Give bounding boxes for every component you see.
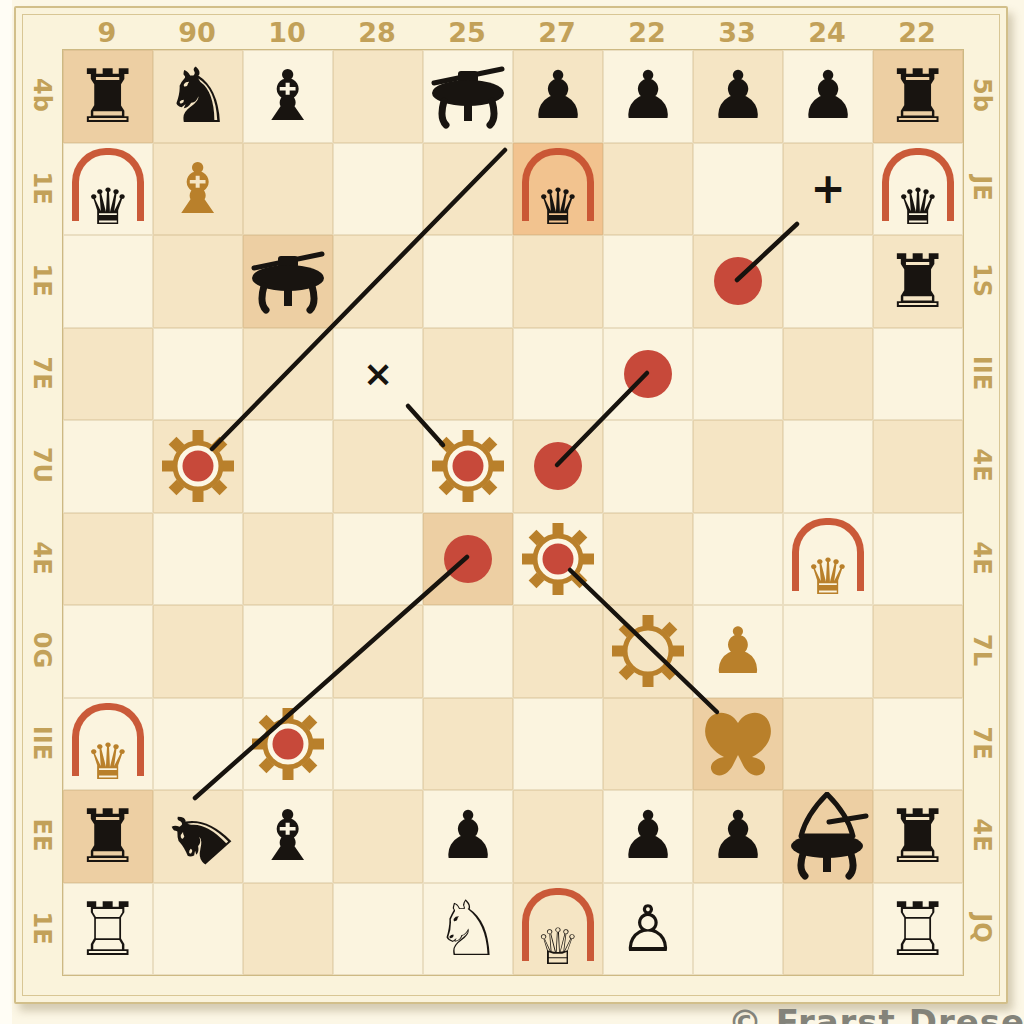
square-c3-r8[interactable]: [333, 790, 423, 883]
coordinate-label: 90: [152, 16, 242, 48]
square-c1-r7[interactable]: [153, 698, 243, 791]
red-dot-marker: [534, 442, 582, 490]
square-c2-r7[interactable]: [243, 698, 333, 791]
coordinate-label: 9: [62, 16, 152, 48]
square-c3-r6[interactable]: [333, 605, 423, 698]
coordinate-label: 7L: [964, 604, 1000, 697]
square-c8-r0[interactable]: ♟: [783, 50, 873, 143]
coordinate-label: 10: [242, 16, 332, 48]
square-c9-r1[interactable]: ♛: [873, 143, 963, 236]
square-c9-r5[interactable]: [873, 513, 963, 606]
square-c8-r9[interactable]: [783, 883, 873, 976]
square-c3-r4[interactable]: [333, 420, 423, 513]
square-c5-r0[interactable]: ♟: [513, 50, 603, 143]
square-c8-r7[interactable]: [783, 698, 873, 791]
square-c9-r2[interactable]: ♜: [873, 235, 963, 328]
square-c5-r4[interactable]: [513, 420, 603, 513]
square-c6-r3[interactable]: [603, 328, 693, 421]
gold-winged-piece[interactable]: [698, 707, 778, 781]
square-c6-r4[interactable]: [603, 420, 693, 513]
black-rook[interactable]: ♜: [885, 799, 951, 873]
square-c2-r5[interactable]: [243, 513, 333, 606]
black-helmet-boat-piece[interactable]: [248, 248, 328, 314]
square-c5-r5[interactable]: [513, 513, 603, 606]
square-c3-r9[interactable]: [333, 883, 423, 976]
plus-mark: +: [810, 168, 845, 210]
black-pawn[interactable]: ♟: [618, 803, 677, 869]
coordinate-label: IIE: [964, 327, 1000, 420]
square-c2-r3[interactable]: [243, 328, 333, 421]
square-c2-r4[interactable]: [243, 420, 333, 513]
square-c9-r4[interactable]: [873, 420, 963, 513]
square-c7-r8[interactable]: ♟: [693, 790, 783, 883]
square-c0-r0[interactable]: ♜: [63, 50, 153, 143]
left-coordinate-labels: 4b1E1E7E7U4E0GIIEEE1E: [24, 49, 60, 974]
square-c6-r8[interactable]: ♟: [603, 790, 693, 883]
square-c6-r7[interactable]: [603, 698, 693, 791]
square-c4-r7[interactable]: [423, 698, 513, 791]
square-c4-r8[interactable]: ♟: [423, 790, 513, 883]
gold-arch-crown[interactable]: ♛: [72, 703, 144, 785]
coordinate-label: IIE: [24, 697, 60, 790]
red-dot-marker: [444, 535, 492, 583]
square-c8-r6[interactable]: [783, 605, 873, 698]
watermark-text: © Frarst Dresecs Wibles: [728, 1002, 1024, 1024]
square-c4-r9[interactable]: ♘: [423, 883, 513, 976]
square-c5-r7[interactable]: [513, 698, 603, 791]
black-arch-crown[interactable]: ♛: [522, 148, 594, 230]
board-frame: 9901028252722332422 303K312L21239282421 …: [14, 6, 1008, 1004]
black-deformed-knight[interactable]: ♞: [149, 787, 248, 886]
square-c9-r7[interactable]: [873, 698, 963, 791]
coordinate-label: 4E: [24, 512, 60, 605]
square-c3-r3[interactable]: ×: [333, 328, 423, 421]
gold-bishop[interactable]: ♝: [167, 154, 230, 224]
square-c5-r1[interactable]: ♛: [513, 143, 603, 236]
square-c7-r4[interactable]: [693, 420, 783, 513]
black-arch-crown[interactable]: ♛: [72, 148, 144, 230]
red-dot-marker: [714, 257, 762, 305]
square-c6-r6[interactable]: [603, 605, 693, 698]
black-rook[interactable]: ♜: [75, 59, 141, 133]
square-c1-r8[interactable]: ♞: [153, 790, 243, 883]
black-pawn[interactable]: ♟: [708, 803, 767, 869]
square-c2-r9[interactable]: [243, 883, 333, 976]
black-knight[interactable]: ♞: [164, 58, 232, 134]
square-c2-r6[interactable]: [243, 605, 333, 698]
gold-gear-marker-with-red-dot: [160, 428, 236, 504]
coordinate-label: JQ: [964, 882, 1000, 975]
square-c0-r1[interactable]: ♛: [63, 143, 153, 236]
square-c1-r0[interactable]: ♞: [153, 50, 243, 143]
square-c9-r0[interactable]: ♜: [873, 50, 963, 143]
square-c6-r2[interactable]: [603, 235, 693, 328]
square-c2-r1[interactable]: [243, 143, 333, 236]
square-c0-r8[interactable]: ♜: [63, 790, 153, 883]
black-bishop[interactable]: ♝: [257, 61, 320, 131]
square-c6-r5[interactable]: [603, 513, 693, 606]
white-arch-crown[interactable]: ♕: [522, 888, 594, 970]
coordinate-label: 4E: [964, 512, 1000, 605]
square-c2-r2[interactable]: [243, 235, 333, 328]
square-c8-r2[interactable]: [783, 235, 873, 328]
square-c0-r6[interactable]: [63, 605, 153, 698]
coordinate-label: 22: [602, 16, 692, 48]
square-c7-r3[interactable]: [693, 328, 783, 421]
square-c8-r3[interactable]: [783, 328, 873, 421]
square-c9-r3[interactable]: [873, 328, 963, 421]
square-c3-r0[interactable]: [333, 50, 423, 143]
coordinate-label: JE: [964, 142, 1000, 235]
black-pawn[interactable]: ♟: [438, 803, 497, 869]
square-c8-r1[interactable]: +: [783, 143, 873, 236]
coordinate-label: 4b: [24, 49, 60, 142]
coordinate-label: 28: [332, 16, 422, 48]
gold-pawn[interactable]: ♟: [709, 619, 766, 683]
square-c8-r8[interactable]: [783, 790, 873, 883]
square-c2-r8[interactable]: ♝: [243, 790, 333, 883]
square-c0-r3[interactable]: [63, 328, 153, 421]
square-c7-r2[interactable]: [693, 235, 783, 328]
square-c1-r5[interactable]: [153, 513, 243, 606]
square-c5-r2[interactable]: [513, 235, 603, 328]
square-c1-r6[interactable]: [153, 605, 243, 698]
square-c8-r4[interactable]: [783, 420, 873, 513]
square-c4-r2[interactable]: [423, 235, 513, 328]
square-c1-r1[interactable]: ♝: [153, 143, 243, 236]
gold-gear-marker-with-red-dot: [430, 428, 506, 504]
gold-arch-crown[interactable]: ♛: [792, 518, 864, 600]
right-coordinate-labels: 5bJE1SIIE4E4E7L7E4EJQ: [964, 49, 1000, 974]
coordinate-label: 33: [692, 16, 782, 48]
coordinate-label: 4E: [964, 789, 1000, 882]
black-pawn[interactable]: ♟: [708, 63, 767, 129]
square-c7-r1[interactable]: [693, 143, 783, 236]
coordinate-label: 0G: [24, 604, 60, 697]
square-c4-r6[interactable]: [423, 605, 513, 698]
square-c3-r5[interactable]: [333, 513, 423, 606]
square-c3-r1[interactable]: [333, 143, 423, 236]
coordinate-label: 1S: [964, 234, 1000, 327]
black-pawn[interactable]: ♟: [618, 63, 677, 129]
black-spiked-helmet-piece[interactable]: [787, 792, 869, 880]
square-c9-r8[interactable]: ♜: [873, 790, 963, 883]
x-mark: ×: [363, 356, 393, 392]
black-arch-crown[interactable]: ♛: [882, 148, 954, 230]
coordinate-label: 4E: [964, 419, 1000, 512]
square-c1-r3[interactable]: [153, 328, 243, 421]
black-rook[interactable]: ♜: [75, 799, 141, 873]
square-c5-r8[interactable]: [513, 790, 603, 883]
square-c0-r5[interactable]: [63, 513, 153, 606]
coordinate-label: 1E: [24, 882, 60, 975]
square-c6-r9[interactable]: ♙: [603, 883, 693, 976]
gold-gear-marker-empty: [610, 613, 686, 689]
coordinate-label: 27: [512, 16, 602, 48]
square-c7-r7[interactable]: [693, 698, 783, 791]
square-c5-r6[interactable]: [513, 605, 603, 698]
coordinate-label: 22: [872, 16, 962, 48]
square-c1-r9[interactable]: [153, 883, 243, 976]
top-coordinate-labels: 9901028252722332422: [62, 16, 962, 48]
square-c0-r4[interactable]: [63, 420, 153, 513]
coordinate-label: 5b: [964, 49, 1000, 142]
page-left-margin: [0, 0, 12, 1024]
white-rook[interactable]: ♖: [75, 892, 141, 966]
square-c5-r9[interactable]: ♕: [513, 883, 603, 976]
white-pawn[interactable]: ♙: [619, 897, 676, 961]
gold-gear-marker-with-red-dot: [520, 521, 596, 597]
coordinate-label: 25: [422, 16, 512, 48]
square-c4-r3[interactable]: [423, 328, 513, 421]
square-c0-r9[interactable]: ♖: [63, 883, 153, 976]
square-c6-r0[interactable]: ♟: [603, 50, 693, 143]
white-rook[interactable]: ♖: [885, 892, 951, 966]
coordinate-label: 7E: [24, 327, 60, 420]
square-c5-r3[interactable]: [513, 328, 603, 421]
square-c0-r2[interactable]: [63, 235, 153, 328]
black-pawn[interactable]: ♟: [798, 63, 857, 129]
square-c4-r5[interactable]: [423, 513, 513, 606]
square-c7-r5[interactable]: [693, 513, 783, 606]
red-dot-marker: [624, 350, 672, 398]
square-c9-r6[interactable]: [873, 605, 963, 698]
square-c8-r5[interactable]: ♛: [783, 513, 873, 606]
square-c4-r4[interactable]: [423, 420, 513, 513]
square-c3-r2[interactable]: [333, 235, 423, 328]
black-rook[interactable]: ♜: [885, 59, 951, 133]
coordinate-label: 7U: [24, 419, 60, 512]
square-c9-r9[interactable]: ♖: [873, 883, 963, 976]
black-rook[interactable]: ♜: [885, 244, 951, 318]
coordinate-label: 24: [782, 16, 872, 48]
square-c6-r1[interactable]: [603, 143, 693, 236]
coordinate-label: 1E: [24, 234, 60, 327]
coordinate-label: EE: [24, 789, 60, 882]
square-c0-r7[interactable]: ♛: [63, 698, 153, 791]
white-knight[interactable]: ♘: [434, 891, 502, 967]
board-grid: ♜♞♝♟♟♟♟♜♛♝♛+♛♜×♛♟♛♜♞♝♟♟♟♜♖♘♕♙♖: [62, 49, 964, 976]
black-helmet-boat-piece[interactable]: [428, 63, 508, 129]
square-c1-r2[interactable]: [153, 235, 243, 328]
square-c3-r7[interactable]: [333, 698, 423, 791]
black-pawn[interactable]: ♟: [528, 63, 587, 129]
coordinate-label: 7E: [964, 697, 1000, 790]
square-c2-r0[interactable]: ♝: [243, 50, 333, 143]
coordinate-label: 1E: [24, 142, 60, 235]
black-bishop[interactable]: ♝: [257, 801, 320, 871]
square-c7-r9[interactable]: [693, 883, 783, 976]
square-c4-r0[interactable]: [423, 50, 513, 143]
square-c7-r0[interactable]: ♟: [693, 50, 783, 143]
gold-gear-marker-with-red-dot: [250, 706, 326, 782]
square-c1-r4[interactable]: [153, 420, 243, 513]
square-c4-r1[interactable]: [423, 143, 513, 236]
square-c7-r6[interactable]: ♟: [693, 605, 783, 698]
